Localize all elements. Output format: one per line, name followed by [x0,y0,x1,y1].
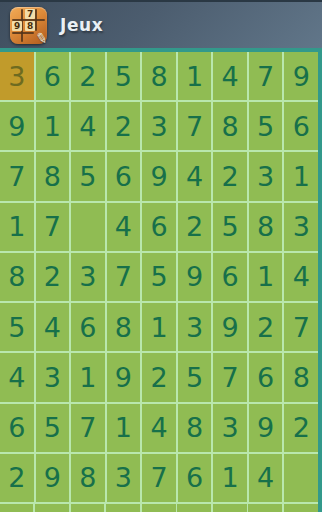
sudoku-cell[interactable]: 3 [284,203,318,251]
sudoku-cell[interactable]: 6 [71,303,105,351]
sudoku-cell[interactable]: 6 [284,102,318,150]
sudoku-board: 3625814799142378567856942311746258382375… [0,52,318,512]
sudoku-cell[interactable]: 1 [178,52,212,100]
sudoku-cell[interactable]: 7 [107,253,141,301]
sudoku-cell[interactable]: 1 [249,253,283,301]
sudoku-cell[interactable]: 2 [142,353,176,401]
sudoku-cell[interactable]: 2 [178,203,212,251]
icon-digit-7: 7 [25,9,35,19]
sudoku-cell[interactable]: 4 [213,52,247,100]
sudoku-cell[interactable]: 6 [107,152,141,200]
sudoku-cell[interactable]: 3 [107,454,141,502]
sudoku-cell[interactable]: 3 [249,152,283,200]
sudoku-cell[interactable]: 9 [213,303,247,351]
sudoku-cell[interactable]: 4 [107,203,141,251]
sudoku-cell[interactable]: 9 [142,152,176,200]
sudoku-cell[interactable]: 7 [71,404,105,452]
sudoku-cell[interactable]: 4 [142,404,176,452]
sudoku-cell[interactable]: 6 [142,203,176,251]
sudoku-cell[interactable]: 7 [0,152,34,200]
sudoku-cell[interactable]: 3 [178,303,212,351]
sudoku-cell[interactable]: 1 [107,404,141,452]
sudoku-cell[interactable]: 6 [213,253,247,301]
grid-overflow-row [0,502,318,512]
sudoku-cell[interactable]: 2 [249,303,283,351]
sudoku-cell[interactable]: 5 [36,404,70,452]
sudoku-cell[interactable]: 5 [213,203,247,251]
sudoku-cell[interactable]: 2 [213,152,247,200]
sudoku-cell[interactable]: 8 [178,404,212,452]
pencil-icon: ✎ [35,28,50,46]
sudoku-cell[interactable]: 1 [213,454,247,502]
sudoku-cell[interactable]: 7 [213,353,247,401]
sudoku-cell[interactable]: 9 [178,253,212,301]
sudoku-cell[interactable]: 9 [249,404,283,452]
sudoku-cell[interactable]: 2 [284,404,318,452]
sudoku-cell[interactable]: 1 [284,152,318,200]
sudoku-cell[interactable]: 3 [36,353,70,401]
sudoku-cell[interactable]: 4 [249,454,283,502]
sudoku-cell[interactable]: 8 [0,253,34,301]
sudoku-cell[interactable]: 8 [284,353,318,401]
sudoku-cell[interactable]: 4 [36,303,70,351]
title-bar: 7 9 8 ✎ Jeux [0,0,322,48]
sudoku-cell[interactable]: 4 [0,353,34,401]
sudoku-cell-selected[interactable]: 3 [0,52,34,100]
sudoku-cell[interactable]: 7 [36,203,70,251]
sudoku-cell[interactable]: 9 [0,102,34,150]
sudoku-cell[interactable]: 2 [0,454,34,502]
sudoku-cell[interactable]: 1 [0,203,34,251]
sudoku-cell[interactable]: 7 [284,303,318,351]
sudoku-cell[interactable]: 1 [36,102,70,150]
sudoku-cell[interactable]: 6 [178,454,212,502]
sudoku-cell[interactable]: 9 [107,353,141,401]
sudoku-cell[interactable]: 8 [213,102,247,150]
sudoku-grid: 3625814799142378567856942311746258382375… [0,52,318,502]
sudoku-cell[interactable]: 9 [284,52,318,100]
sudoku-cell[interactable]: 4 [178,152,212,200]
sudoku-cell[interactable]: 4 [284,253,318,301]
sudoku-cell[interactable]: 8 [142,52,176,100]
sudoku-cell[interactable]: 6 [36,52,70,100]
sudoku-cell[interactable]: 7 [178,102,212,150]
sudoku-cell[interactable]: 2 [36,253,70,301]
sudoku-cell[interactable]: 8 [107,303,141,351]
sudoku-cell[interactable]: 4 [71,102,105,150]
sudoku-cell[interactable]: 5 [107,52,141,100]
sudoku-cell[interactable]: 5 [142,253,176,301]
sudoku-cell[interactable]: 1 [142,303,176,351]
sudoku-cell[interactable]: 7 [249,52,283,100]
sudoku-cell[interactable]: 8 [249,203,283,251]
sudoku-cell[interactable]: 5 [249,102,283,150]
sudoku-cell[interactable]: 5 [0,303,34,351]
sudoku-cell[interactable]: 7 [142,454,176,502]
sudoku-cell[interactable]: 3 [71,253,105,301]
sudoku-cell[interactable]: 5 [178,353,212,401]
sudoku-cell[interactable]: 3 [142,102,176,150]
sudoku-cell[interactable]: 2 [71,52,105,100]
sudoku-cell[interactable]: 5 [71,152,105,200]
sudoku-cell[interactable]: 2 [107,102,141,150]
sudoku-cell[interactable]: 6 [249,353,283,401]
sudoku-cell[interactable] [284,454,318,502]
sudoku-cell[interactable] [71,203,105,251]
sudoku-cell[interactable]: 9 [36,454,70,502]
sudoku-cell[interactable]: 1 [71,353,105,401]
sudoku-cell[interactable]: 3 [213,404,247,452]
sudoku-app-icon: 7 9 8 ✎ [10,7,47,44]
icon-grid-line [12,32,34,34]
icon-digit-9: 9 [12,21,22,31]
sudoku-cell[interactable]: 6 [0,404,34,452]
app-screen: 7 9 8 ✎ Jeux 362581479914237856785694231… [0,0,322,48]
icon-digit-8: 8 [25,21,35,31]
sudoku-cell[interactable]: 8 [71,454,105,502]
app-title: Jeux [60,15,103,35]
sudoku-cell[interactable]: 8 [36,152,70,200]
